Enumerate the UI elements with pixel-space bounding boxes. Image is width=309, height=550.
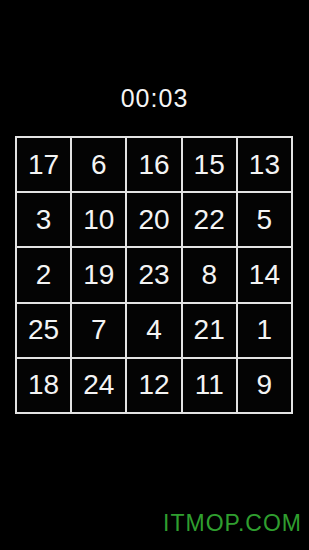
grid-cell-13[interactable]: 13: [238, 138, 291, 191]
grid-cell-25[interactable]: 25: [17, 304, 70, 357]
grid-cell-21[interactable]: 21: [183, 304, 236, 357]
board: 1761615133102022521923814257421118241211…: [15, 136, 293, 414]
grid-cell-24[interactable]: 24: [72, 359, 125, 412]
grid-cell-4[interactable]: 4: [127, 304, 180, 357]
grid-cell-20[interactable]: 20: [127, 193, 180, 246]
grid-cell-6[interactable]: 6: [72, 138, 125, 191]
grid-cell-1[interactable]: 1: [238, 304, 291, 357]
grid-cell-11[interactable]: 11: [183, 359, 236, 412]
grid-cell-10[interactable]: 10: [72, 193, 125, 246]
grid-cell-22[interactable]: 22: [183, 193, 236, 246]
grid-cell-23[interactable]: 23: [127, 248, 180, 301]
grid-cell-2[interactable]: 2: [17, 248, 70, 301]
grid-cell-12[interactable]: 12: [127, 359, 180, 412]
grid-cell-9[interactable]: 9: [238, 359, 291, 412]
grid-cell-18[interactable]: 18: [17, 359, 70, 412]
grid-cell-16[interactable]: 16: [127, 138, 180, 191]
grid-cell-15[interactable]: 15: [183, 138, 236, 191]
grid-cell-8[interactable]: 8: [183, 248, 236, 301]
grid-cell-17[interactable]: 17: [17, 138, 70, 191]
grid-cell-19[interactable]: 19: [72, 248, 125, 301]
grid-cell-7[interactable]: 7: [72, 304, 125, 357]
grid-cell-5[interactable]: 5: [238, 193, 291, 246]
watermark-text: ITMOP.COM: [163, 510, 302, 537]
grid-cell-3[interactable]: 3: [17, 193, 70, 246]
grid-cell-14[interactable]: 14: [238, 248, 291, 301]
game-timer: 00:03: [0, 84, 309, 113]
game-screen: 00:03 1761615133102022521923814257421118…: [0, 0, 309, 550]
